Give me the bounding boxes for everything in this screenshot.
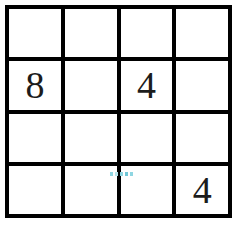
marker-dot [120, 172, 123, 176]
marker-dot [110, 172, 113, 176]
cell-r1c1[interactable] [9, 9, 61, 57]
marker-dot [130, 172, 133, 176]
cell-r4c1[interactable] [9, 166, 61, 214]
cell-r3c4[interactable] [176, 114, 228, 162]
marker-dot [125, 172, 128, 176]
cell-r4c2[interactable] [65, 166, 117, 214]
marker-dot [115, 172, 118, 176]
cell-r2c2[interactable] [65, 61, 117, 109]
cell-r3c1[interactable] [9, 114, 61, 162]
shikaku-board: 8 4 4 [5, 5, 232, 218]
cell-r2c4[interactable] [176, 61, 228, 109]
cell-r1c3[interactable] [121, 9, 173, 57]
cell-r3c2[interactable] [65, 114, 117, 162]
cell-r2c1[interactable]: 8 [9, 61, 61, 109]
cell-r1c2[interactable] [65, 9, 117, 57]
cell-r1c4[interactable] [176, 9, 228, 57]
cyan-dotted-marker [110, 171, 133, 176]
cell-r2c3[interactable]: 4 [121, 61, 173, 109]
cell-r3c3[interactable] [121, 114, 173, 162]
cell-r4c4[interactable]: 4 [176, 166, 228, 214]
